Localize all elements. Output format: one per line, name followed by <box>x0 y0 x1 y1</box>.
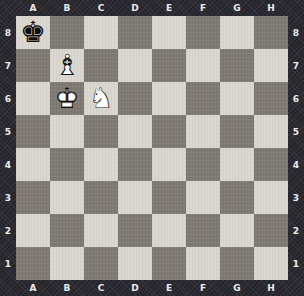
square-d7[interactable] <box>118 49 152 82</box>
square-f4[interactable] <box>186 148 220 181</box>
file-label-h: H <box>254 280 288 296</box>
square-g1[interactable] <box>220 247 254 280</box>
square-g6[interactable] <box>220 82 254 115</box>
file-label-b: B <box>50 0 84 16</box>
square-c1[interactable] <box>84 247 118 280</box>
square-a6[interactable] <box>16 82 50 115</box>
square-c5[interactable] <box>84 115 118 148</box>
square-h3[interactable] <box>254 181 288 214</box>
square-b6[interactable]: ♚♔ <box>50 82 84 115</box>
file-label-a: A <box>16 0 50 16</box>
rank-label-8: 8 <box>0 16 16 49</box>
file-label-f: F <box>186 0 220 16</box>
board: ♚♝♗♚♔♞♘ <box>16 16 288 280</box>
square-e2[interactable] <box>152 214 186 247</box>
square-c3[interactable] <box>84 181 118 214</box>
square-e4[interactable] <box>152 148 186 181</box>
square-h2[interactable] <box>254 214 288 247</box>
square-d4[interactable] <box>118 148 152 181</box>
square-a2[interactable] <box>16 214 50 247</box>
square-e5[interactable] <box>152 115 186 148</box>
square-c2[interactable] <box>84 214 118 247</box>
piece-white-bishop-b7[interactable]: ♝♗ <box>50 49 84 82</box>
square-d5[interactable] <box>118 115 152 148</box>
rank-label-2: 2 <box>0 214 16 247</box>
rank-label-5: 5 <box>288 115 304 148</box>
file-label-c: C <box>84 0 118 16</box>
file-label-f: F <box>186 280 220 296</box>
square-h6[interactable] <box>254 82 288 115</box>
square-f7[interactable] <box>186 49 220 82</box>
rank-label-6: 6 <box>0 82 16 115</box>
rank-labels-right: 87654321 <box>288 16 304 280</box>
rank-labels-left: 87654321 <box>0 16 16 280</box>
rank-label-2: 2 <box>288 214 304 247</box>
file-labels-top: ABCDEFGH <box>16 0 288 16</box>
square-b1[interactable] <box>50 247 84 280</box>
square-h8[interactable] <box>254 16 288 49</box>
square-h4[interactable] <box>254 148 288 181</box>
square-e6[interactable] <box>152 82 186 115</box>
square-h5[interactable] <box>254 115 288 148</box>
square-a4[interactable] <box>16 148 50 181</box>
square-f5[interactable] <box>186 115 220 148</box>
square-d8[interactable] <box>118 16 152 49</box>
square-b2[interactable] <box>50 214 84 247</box>
piece-black-king-a8[interactable]: ♚ <box>16 16 50 49</box>
rank-label-3: 3 <box>288 181 304 214</box>
square-a1[interactable] <box>16 247 50 280</box>
chessboard-frame: ABCDEFGH ABCDEFGH 87654321 87654321 ♚♝♗♚… <box>0 0 304 296</box>
square-c6[interactable]: ♞♘ <box>84 82 118 115</box>
square-a3[interactable] <box>16 181 50 214</box>
square-b5[interactable] <box>50 115 84 148</box>
square-d2[interactable] <box>118 214 152 247</box>
square-g2[interactable] <box>220 214 254 247</box>
square-b4[interactable] <box>50 148 84 181</box>
rank-label-3: 3 <box>0 181 16 214</box>
rank-label-1: 1 <box>0 247 16 280</box>
square-f2[interactable] <box>186 214 220 247</box>
piece-white-king-b6[interactable]: ♚♔ <box>50 82 84 115</box>
square-f8[interactable] <box>186 16 220 49</box>
square-f3[interactable] <box>186 181 220 214</box>
file-label-d: D <box>118 0 152 16</box>
square-b8[interactable] <box>50 16 84 49</box>
square-a5[interactable] <box>16 115 50 148</box>
square-c8[interactable] <box>84 16 118 49</box>
white-bishop-outline-glyph: ♗ <box>50 49 84 82</box>
square-g3[interactable] <box>220 181 254 214</box>
rank-label-7: 7 <box>288 49 304 82</box>
square-e8[interactable] <box>152 16 186 49</box>
file-label-g: G <box>220 280 254 296</box>
rank-label-5: 5 <box>0 115 16 148</box>
square-e7[interactable] <box>152 49 186 82</box>
file-label-d: D <box>118 280 152 296</box>
rank-label-7: 7 <box>0 49 16 82</box>
rank-label-6: 6 <box>288 82 304 115</box>
rank-label-4: 4 <box>0 148 16 181</box>
square-c4[interactable] <box>84 148 118 181</box>
square-g5[interactable] <box>220 115 254 148</box>
file-label-h: H <box>254 0 288 16</box>
file-label-e: E <box>152 0 186 16</box>
file-label-b: B <box>50 280 84 296</box>
black-king-glyph: ♚ <box>16 16 50 49</box>
white-knight-outline-glyph: ♘ <box>84 82 118 115</box>
square-h7[interactable] <box>254 49 288 82</box>
square-f1[interactable] <box>186 247 220 280</box>
piece-white-knight-c6[interactable]: ♞♘ <box>84 82 118 115</box>
square-e1[interactable] <box>152 247 186 280</box>
square-f6[interactable] <box>186 82 220 115</box>
file-label-a: A <box>16 280 50 296</box>
square-b3[interactable] <box>50 181 84 214</box>
rank-label-8: 8 <box>288 16 304 49</box>
square-a7[interactable] <box>16 49 50 82</box>
square-h1[interactable] <box>254 247 288 280</box>
square-c7[interactable] <box>84 49 118 82</box>
square-d6[interactable] <box>118 82 152 115</box>
file-labels-bottom: ABCDEFGH <box>16 280 288 296</box>
square-g8[interactable] <box>220 16 254 49</box>
file-label-e: E <box>152 280 186 296</box>
file-label-c: C <box>84 280 118 296</box>
white-king-outline-glyph: ♔ <box>50 82 84 115</box>
square-e3[interactable] <box>152 181 186 214</box>
square-d1[interactable] <box>118 247 152 280</box>
rank-label-1: 1 <box>288 247 304 280</box>
square-g4[interactable] <box>220 148 254 181</box>
file-label-g: G <box>220 0 254 16</box>
rank-label-4: 4 <box>288 148 304 181</box>
square-g7[interactable] <box>220 49 254 82</box>
square-b7[interactable]: ♝♗ <box>50 49 84 82</box>
square-d3[interactable] <box>118 181 152 214</box>
square-a8[interactable]: ♚ <box>16 16 50 49</box>
